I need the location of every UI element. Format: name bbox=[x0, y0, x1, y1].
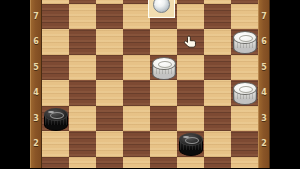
square-d2[interactable] bbox=[123, 131, 150, 157]
rank-label-7-left: 7 bbox=[30, 12, 42, 21]
square-a7[interactable] bbox=[42, 4, 69, 30]
square-c4[interactable] bbox=[96, 80, 123, 106]
square-g1[interactable] bbox=[204, 157, 231, 169]
square-f4[interactable] bbox=[177, 80, 204, 106]
rank-label-4-right: 4 bbox=[258, 88, 270, 97]
piece-top bbox=[233, 31, 257, 44]
rank-label-6-left: 6 bbox=[30, 37, 42, 46]
square-e6[interactable] bbox=[150, 29, 177, 55]
square-d4[interactable] bbox=[123, 80, 150, 106]
rank-label-3-left: 3 bbox=[30, 114, 42, 123]
square-b3[interactable] bbox=[69, 106, 96, 132]
square-c6[interactable] bbox=[96, 29, 123, 55]
square-b2[interactable] bbox=[69, 131, 96, 157]
square-a4[interactable] bbox=[42, 80, 69, 106]
square-d3[interactable] bbox=[123, 106, 150, 132]
square-f1[interactable] bbox=[177, 157, 204, 169]
board-border-right: 765432 bbox=[258, 0, 270, 168]
square-e4[interactable] bbox=[150, 80, 177, 106]
floating-white-piece bbox=[153, 0, 170, 13]
checkers-game-screen: 765432 765432 bbox=[0, 0, 300, 168]
square-e3[interactable] bbox=[150, 106, 177, 132]
rank-label-3-right: 3 bbox=[258, 114, 270, 123]
square-f5[interactable] bbox=[177, 55, 204, 81]
piece-top bbox=[152, 57, 176, 70]
square-a1[interactable] bbox=[42, 157, 69, 169]
square-b4[interactable] bbox=[69, 80, 96, 106]
square-h5[interactable] bbox=[231, 55, 258, 81]
square-a2[interactable] bbox=[42, 131, 69, 157]
square-b1[interactable] bbox=[69, 157, 96, 169]
rank-label-2-right: 2 bbox=[258, 139, 270, 148]
black-piece-a3[interactable] bbox=[44, 108, 68, 131]
floating-white-piece-tile bbox=[148, 0, 175, 18]
square-d5[interactable] bbox=[123, 55, 150, 81]
square-g6[interactable] bbox=[204, 29, 231, 55]
piece-top-ring bbox=[50, 112, 64, 119]
square-g2[interactable] bbox=[204, 131, 231, 157]
square-a5[interactable] bbox=[42, 55, 69, 81]
rank-label-5-left: 5 bbox=[30, 63, 42, 72]
square-c1[interactable] bbox=[96, 157, 123, 169]
square-f3[interactable] bbox=[177, 106, 204, 132]
rank-label-4-left: 4 bbox=[30, 88, 42, 97]
square-b6[interactable] bbox=[69, 29, 96, 55]
square-h7[interactable] bbox=[231, 4, 258, 30]
square-f7[interactable] bbox=[177, 4, 204, 30]
square-d6[interactable] bbox=[123, 29, 150, 55]
rank-label-2-left: 2 bbox=[30, 139, 42, 148]
square-h2[interactable] bbox=[231, 131, 258, 157]
white-piece-e5[interactable] bbox=[152, 57, 176, 80]
square-d7[interactable] bbox=[123, 4, 150, 30]
board-border-left: 765432 bbox=[30, 0, 42, 168]
white-piece-h6[interactable] bbox=[233, 31, 257, 54]
square-b5[interactable] bbox=[69, 55, 96, 81]
square-d1[interactable] bbox=[123, 157, 150, 169]
square-g4[interactable] bbox=[204, 80, 231, 106]
square-c3[interactable] bbox=[96, 106, 123, 132]
square-a6[interactable] bbox=[42, 29, 69, 55]
piece-top bbox=[179, 133, 203, 146]
rank-label-5-right: 5 bbox=[258, 63, 270, 72]
square-c7[interactable] bbox=[96, 4, 123, 30]
rank-label-7-right: 7 bbox=[258, 12, 270, 21]
square-c5[interactable] bbox=[96, 55, 123, 81]
square-b7[interactable] bbox=[69, 4, 96, 30]
piece-top-ring bbox=[185, 137, 199, 144]
rank-label-6-right: 6 bbox=[258, 37, 270, 46]
square-e1[interactable] bbox=[150, 157, 177, 169]
square-g5[interactable] bbox=[204, 55, 231, 81]
square-c2[interactable] bbox=[96, 131, 123, 157]
checkers-board bbox=[42, 0, 258, 168]
square-g3[interactable] bbox=[204, 106, 231, 132]
square-g7[interactable] bbox=[204, 4, 231, 30]
square-h1[interactable] bbox=[231, 157, 258, 169]
piece-top bbox=[44, 108, 68, 121]
white-piece-h4[interactable] bbox=[233, 82, 257, 105]
piece-top-ring bbox=[239, 86, 253, 93]
piece-top bbox=[233, 82, 257, 95]
square-e2[interactable] bbox=[150, 131, 177, 157]
hand-pointer-cursor-icon bbox=[183, 35, 198, 50]
black-piece-f2[interactable] bbox=[179, 133, 203, 156]
square-h3[interactable] bbox=[231, 106, 258, 132]
piece-top-ring bbox=[158, 61, 172, 68]
piece-top-ring bbox=[239, 35, 253, 42]
